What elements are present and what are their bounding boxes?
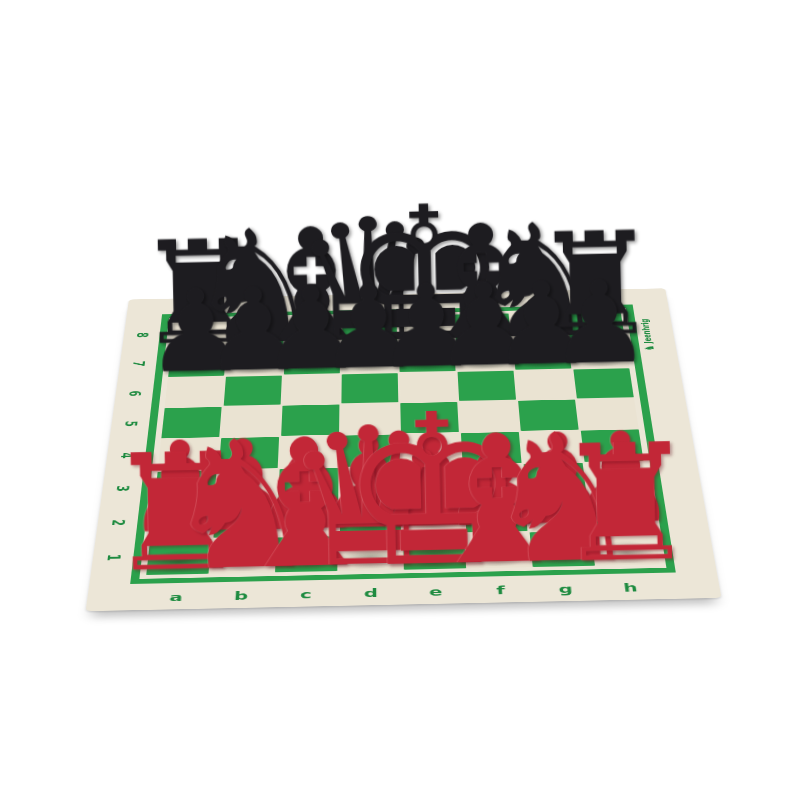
file-label-b: b	[208, 588, 274, 603]
product-photo: 87654321 abcdefgh ♞ Jeenhrig ♜♞♝♛♚♝♞♜♟♟♟…	[0, 0, 800, 800]
board-frame: ♜♞♝♛♚♝♞♜♟♟♟♟♟♟♟♟♟♟♟♟♟♟♟♟♜♞♝♛♚♝♞♜	[130, 304, 676, 584]
rank-label-6: 6	[106, 390, 165, 397]
square-h7[interactable]: ♟	[570, 339, 629, 368]
rank-label-7: 7	[110, 360, 168, 367]
chess-mat: 87654321 abcdefgh ♞ Jeenhrig ♜♞♝♛♚♝♞♜♟♟♟…	[86, 288, 722, 611]
chess-board: ♜♞♝♛♚♝♞♜♟♟♟♟♟♟♟♟♟♟♟♟♟♟♟♟♜♞♝♛♚♝♞♜	[146, 311, 659, 575]
